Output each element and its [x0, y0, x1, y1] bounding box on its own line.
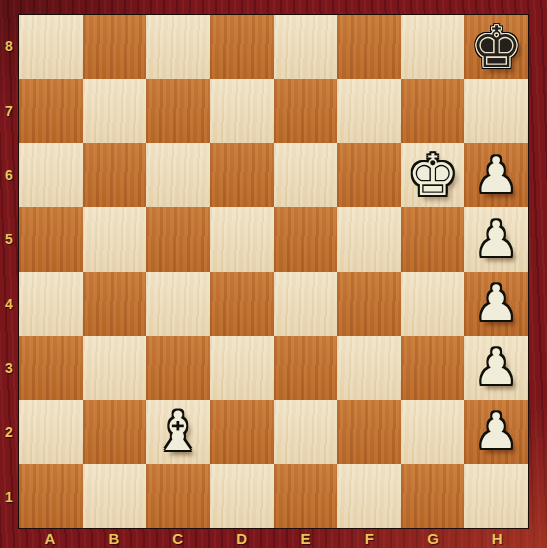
piece-white-bishop-c2[interactable]: ♝ [154, 405, 202, 459]
rank-label-6: 6 [0, 143, 18, 207]
rank-label-2: 2 [0, 400, 18, 464]
square-e8[interactable] [274, 15, 338, 79]
square-b7[interactable] [83, 79, 147, 143]
piece-white-pawn-h4[interactable]: ♟ [474, 279, 518, 328]
square-e1[interactable] [274, 464, 338, 528]
square-e6[interactable] [274, 143, 338, 207]
square-d5[interactable] [210, 207, 274, 271]
square-b2[interactable] [83, 400, 147, 464]
square-d3[interactable] [210, 336, 274, 400]
piece-white-king-g6[interactable]: ♚ [407, 147, 458, 204]
square-c2[interactable]: ♝ [146, 400, 210, 464]
square-c3[interactable] [146, 336, 210, 400]
square-f2[interactable] [337, 400, 401, 464]
square-a6[interactable] [19, 143, 83, 207]
square-g5[interactable] [401, 207, 465, 271]
square-a2[interactable] [19, 400, 83, 464]
square-f6[interactable] [337, 143, 401, 207]
square-b4[interactable] [83, 272, 147, 336]
file-label-g: G [401, 528, 465, 548]
square-f7[interactable] [337, 79, 401, 143]
square-h6[interactable]: ♟ [464, 143, 528, 207]
file-label-c: C [146, 528, 210, 548]
piece-white-pawn-h6[interactable]: ♟ [474, 151, 518, 200]
file-label-f: F [337, 528, 401, 548]
square-h5[interactable]: ♟ [464, 207, 528, 271]
square-d2[interactable] [210, 400, 274, 464]
square-g8[interactable] [401, 15, 465, 79]
square-h1[interactable] [464, 464, 528, 528]
square-f5[interactable] [337, 207, 401, 271]
square-b3[interactable] [83, 336, 147, 400]
square-c1[interactable] [146, 464, 210, 528]
piece-white-pawn-h2[interactable]: ♟ [474, 407, 518, 456]
square-b8[interactable] [83, 15, 147, 79]
square-d8[interactable] [210, 15, 274, 79]
square-a1[interactable] [19, 464, 83, 528]
square-c6[interactable] [146, 143, 210, 207]
square-e2[interactable] [274, 400, 338, 464]
square-d7[interactable] [210, 79, 274, 143]
square-c5[interactable] [146, 207, 210, 271]
piece-black-king-h8[interactable]: ♚ [471, 19, 522, 76]
square-c4[interactable] [146, 272, 210, 336]
square-d4[interactable] [210, 272, 274, 336]
square-g1[interactable] [401, 464, 465, 528]
rank-label-1: 1 [0, 465, 18, 529]
square-h4[interactable]: ♟ [464, 272, 528, 336]
square-f8[interactable] [337, 15, 401, 79]
rank-label-8: 8 [0, 14, 18, 78]
square-c7[interactable] [146, 79, 210, 143]
square-a7[interactable] [19, 79, 83, 143]
square-d1[interactable] [210, 464, 274, 528]
square-e3[interactable] [274, 336, 338, 400]
square-b5[interactable] [83, 207, 147, 271]
file-label-a: A [18, 528, 82, 548]
square-e4[interactable] [274, 272, 338, 336]
file-label-b: B [82, 528, 146, 548]
square-e5[interactable] [274, 207, 338, 271]
square-g4[interactable] [401, 272, 465, 336]
square-h8[interactable]: ♚ [464, 15, 528, 79]
square-a3[interactable] [19, 336, 83, 400]
square-b6[interactable] [83, 143, 147, 207]
rank-label-3: 3 [0, 336, 18, 400]
file-label-e: E [274, 528, 338, 548]
square-g7[interactable] [401, 79, 465, 143]
square-h3[interactable]: ♟ [464, 336, 528, 400]
file-label-d: D [210, 528, 274, 548]
square-g2[interactable] [401, 400, 465, 464]
square-g3[interactable] [401, 336, 465, 400]
square-f1[interactable] [337, 464, 401, 528]
square-h7[interactable] [464, 79, 528, 143]
square-e7[interactable] [274, 79, 338, 143]
square-g6[interactable]: ♚ [401, 143, 465, 207]
piece-white-pawn-h3[interactable]: ♟ [474, 343, 518, 392]
square-b1[interactable] [83, 464, 147, 528]
rank-label-7: 7 [0, 78, 18, 142]
square-d6[interactable] [210, 143, 274, 207]
square-a4[interactable] [19, 272, 83, 336]
board-frame: ♚♚♟♟♟♟♝♟ 87654321ABCDEFGH [0, 0, 547, 548]
rank-label-5: 5 [0, 207, 18, 271]
piece-white-pawn-h5[interactable]: ♟ [474, 215, 518, 264]
square-h2[interactable]: ♟ [464, 400, 528, 464]
file-label-h: H [465, 528, 529, 548]
square-a5[interactable] [19, 207, 83, 271]
square-a8[interactable] [19, 15, 83, 79]
square-c8[interactable] [146, 15, 210, 79]
rank-label-4: 4 [0, 272, 18, 336]
chess-board: ♚♚♟♟♟♟♝♟ [18, 14, 529, 529]
square-f3[interactable] [337, 336, 401, 400]
square-f4[interactable] [337, 272, 401, 336]
